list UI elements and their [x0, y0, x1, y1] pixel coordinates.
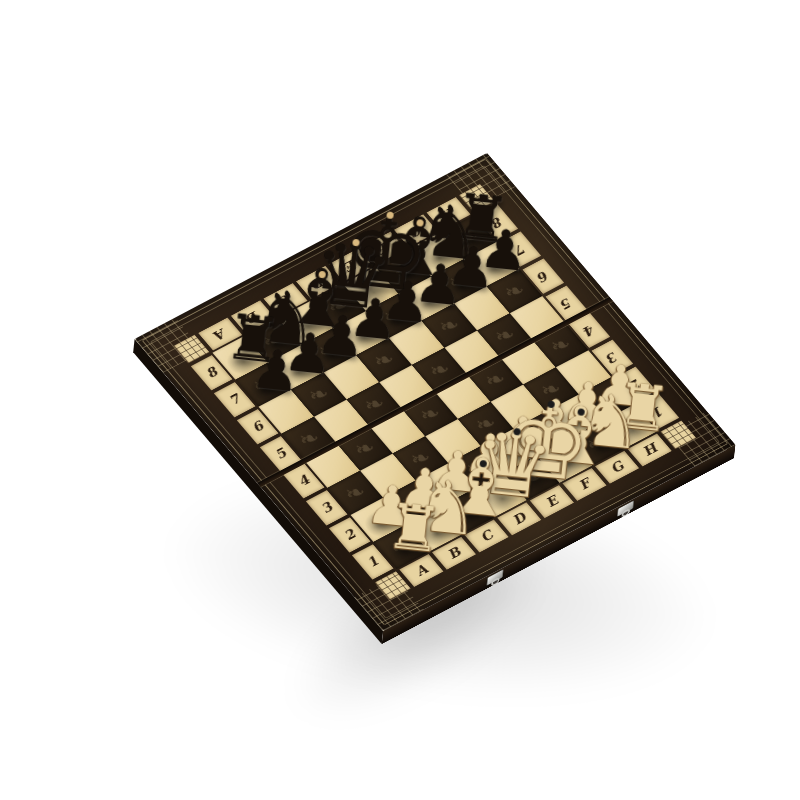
clasp-latch-icon	[486, 569, 503, 586]
clasp-latch-icon	[617, 500, 634, 517]
chess-board: 88AA77BB66CC55DD44EE33FF22GG11HH♜♞♝♛♚♝♞♜…	[135, 153, 736, 631]
chess-set-photo: 88AA77BB66CC55DD44EE33FF22GG11HH♜♞♝♛♚♝♞♜…	[0, 0, 800, 800]
scene-rotation-wrapper: 88AA77BB66CC55DD44EE33FF22GG11HH♜♞♝♛♚♝♞♜…	[0, 0, 800, 800]
